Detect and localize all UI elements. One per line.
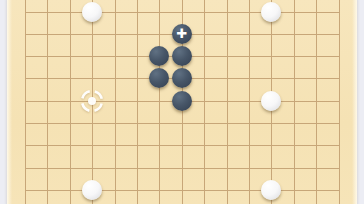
white-stone — [261, 91, 281, 111]
board-edge-highlight-left — [7, 0, 12, 204]
grid-line-horizontal — [25, 190, 340, 191]
grid-line-vertical — [316, 0, 317, 204]
move-target-marker[interactable] — [79, 88, 105, 114]
grid-line-vertical — [159, 0, 160, 204]
white-stone — [82, 180, 102, 200]
black-stone — [149, 68, 169, 88]
grid-line-vertical — [204, 0, 205, 204]
grid-line-vertical — [47, 0, 48, 204]
grid-line-vertical — [25, 0, 26, 204]
gomoku-board[interactable]: ✚ — [7, 0, 357, 204]
grid-line-horizontal — [25, 123, 340, 124]
black-stone — [172, 24, 192, 44]
grid-line-horizontal — [25, 145, 340, 146]
white-stone — [82, 2, 102, 22]
grid-line-vertical — [137, 0, 138, 204]
white-stone — [261, 2, 281, 22]
grid-line-vertical — [249, 0, 250, 204]
grid-line-vertical — [70, 0, 71, 204]
game-screen: ✚ — [0, 0, 364, 204]
board-edge-highlight-right — [352, 0, 357, 204]
black-stone — [172, 46, 192, 66]
grid-line-horizontal — [25, 12, 340, 13]
grid-line-vertical — [115, 0, 116, 204]
grid-line-vertical — [339, 0, 340, 204]
black-stone — [172, 91, 192, 111]
grid-line-vertical — [294, 0, 295, 204]
white-stone — [261, 180, 281, 200]
grid-line-horizontal — [25, 168, 340, 169]
black-stone — [172, 68, 192, 88]
grid-line-vertical — [227, 0, 228, 204]
black-stone — [149, 46, 169, 66]
